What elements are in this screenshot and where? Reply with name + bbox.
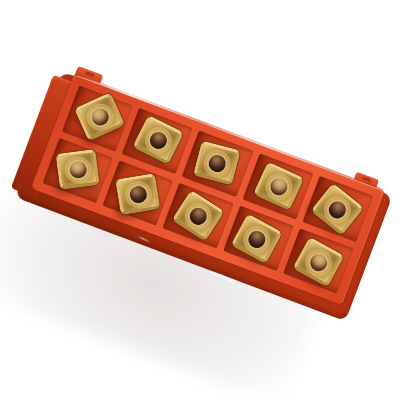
- insert-screw-hole: [204, 150, 230, 176]
- compartment-r2c3: [163, 183, 234, 249]
- carbide-insert-A1: [73, 92, 124, 141]
- compartment-r2c4: [223, 205, 294, 271]
- compartment-r2c2: [103, 160, 174, 226]
- carbide-insert-B1: [55, 149, 99, 190]
- compartment-r1c2: [122, 108, 193, 174]
- compartment-r1c1: [62, 86, 133, 152]
- insert-screw-hole: [265, 173, 293, 201]
- carbide-insert-B3: [172, 190, 225, 242]
- carbide-insert-A5: [311, 183, 365, 236]
- insert-screw-hole: [243, 224, 271, 252]
- insert-screw-hole: [126, 182, 150, 206]
- compartment-r1c4: [242, 153, 313, 219]
- carbide-insert-A2: [132, 115, 184, 165]
- compartment-r1c3: [182, 131, 253, 197]
- insert-screw-hole: [144, 126, 172, 154]
- carbide-insert-B2: [115, 173, 160, 215]
- product-photo-stage: [0, 0, 400, 400]
- carbide-insert-A4: [253, 162, 304, 211]
- carbide-insert-B5: [293, 237, 345, 288]
- compartment-r1c5: [303, 176, 374, 242]
- insert-screw-hole: [323, 195, 353, 225]
- insert-screw-hole: [305, 248, 333, 276]
- insert-screw-hole: [66, 157, 90, 181]
- carbide-insert-A3: [193, 141, 241, 186]
- insert-screw-hole: [184, 201, 213, 230]
- compartment-r2c1: [43, 138, 114, 204]
- insert-screw-hole: [85, 103, 113, 131]
- compartment-r2c5: [283, 228, 354, 294]
- carbide-insert-B4: [231, 213, 283, 264]
